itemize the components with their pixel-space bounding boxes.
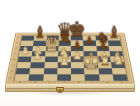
square-h2[interactable] [112,68,127,74]
square-d1[interactable] [57,74,71,80]
square-f2[interactable]: ♚ [84,68,98,74]
file-label-h: h [114,81,129,83]
square-h1[interactable] [112,74,127,80]
square-b3[interactable] [30,62,44,68]
square-b2[interactable] [30,68,44,74]
file-labels: abcdefgh [13,81,129,83]
square-a2[interactable] [16,68,31,74]
square-d2[interactable] [57,68,71,74]
clasp-pin [59,89,61,91]
product-photo-scene: ♝♛♚♝♟♞♟♞♟♟♟♟♛♟♞♟♟♟♟♜♞♚ abcdefgh 87654321 [0,0,140,106]
light-pawn-b4[interactable]: ♟ [33,50,43,61]
square-c5[interactable]: ♛ [45,51,58,56]
square-g1[interactable] [99,74,114,80]
file-label-a: a [13,81,28,83]
file-label-c: c [42,81,57,83]
square-f7[interactable]: ♟ [83,41,96,46]
square-f1[interactable] [85,74,99,80]
square-a1[interactable] [15,74,30,80]
light-knight-h3[interactable]: ♞ [111,52,125,67]
file-label-b: b [28,81,43,83]
square-h3[interactable]: ♞ [111,62,125,68]
file-label-e: e [71,81,85,83]
square-b1[interactable] [29,74,44,80]
file-label-g: g [100,81,115,83]
box-front-panel [5,84,135,92]
dark-pawn-f7[interactable]: ♟ [85,35,94,46]
square-c3[interactable] [44,62,58,68]
square-e1[interactable] [71,74,85,80]
light-pawn-a5[interactable]: ♟ [21,45,31,56]
chess-board: ♝♛♚♝♟♞♟♞♟♟♟♟♛♟♞♟♟♟♟♜♞♚ [13,35,128,81]
file-label-d: d [57,81,71,83]
square-a3[interactable] [17,62,31,68]
box-seam [6,88,134,89]
board-top-surface: ♝♛♚♝♟♞♟♞♟♟♟♟♛♟♞♟♟♟♟♜♞♚ abcdefgh 87654321 [5,33,135,84]
light-pawn-d3[interactable]: ♟ [59,56,69,67]
file-label-f: f [85,81,100,83]
square-c1[interactable] [43,74,57,80]
square-c2[interactable] [43,68,57,74]
light-king-f2[interactable]: ♚ [81,50,102,73]
square-d3[interactable]: ♟ [57,62,71,68]
